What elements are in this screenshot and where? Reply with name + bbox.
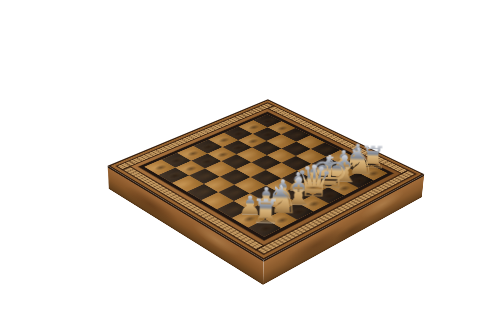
chess-piece-gold-pawn[interactable]: ♟ xyxy=(158,168,189,183)
board-box: ♜♞♝♛♚♝♞♜♟♟♟♟♟♟♟♟♟♟♟♟♟♟♟♟♜♞♝♛♚♝♞♜ xyxy=(108,99,425,260)
silver-rook-glyph: ♜ xyxy=(250,194,281,228)
board-top: ♜♞♝♛♚♝♞♜♟♟♟♟♟♟♟♟♟♟♟♟♟♟♟♟♜♞♝♛♚♝♞♜ xyxy=(108,99,425,260)
gold-pawn-glyph: ♟ xyxy=(163,150,186,176)
product-photo: ♜♞♝♛♚♝♞♜♟♟♟♟♟♟♟♟♟♟♟♟♟♟♟♟♜♞♝♛♚♝♞♜ xyxy=(0,0,480,320)
